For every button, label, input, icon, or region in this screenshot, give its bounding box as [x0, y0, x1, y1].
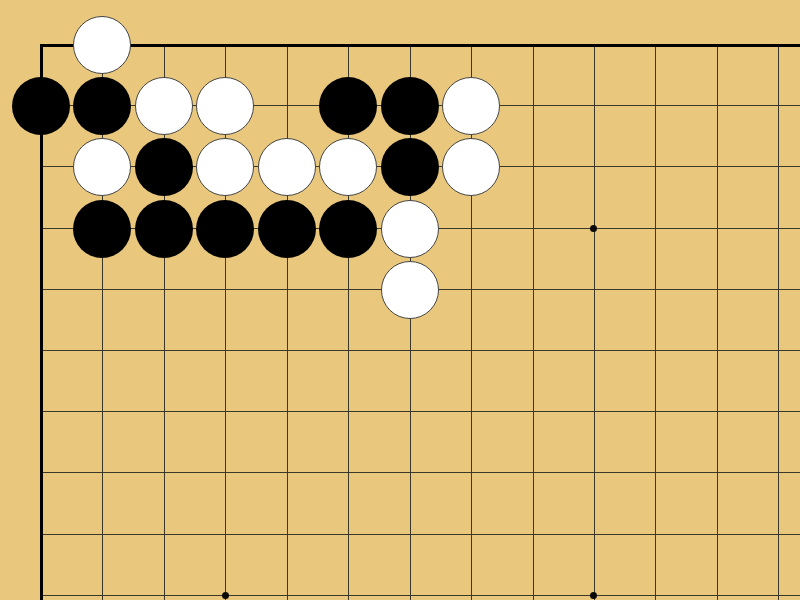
stone-white: [135, 77, 193, 135]
star-point: [590, 225, 597, 232]
stone-white: [73, 16, 131, 74]
stone-white: [381, 261, 439, 319]
stone-black: [12, 77, 70, 135]
stone-black: [135, 200, 193, 258]
stone-white: [258, 138, 316, 196]
stone-white: [381, 200, 439, 258]
stone-black: [381, 138, 439, 196]
go-board[interactable]: [0, 0, 800, 600]
stone-black: [196, 200, 254, 258]
board-points-grid: [10, 14, 800, 600]
stone-black: [381, 77, 439, 135]
stone-black: [135, 138, 193, 196]
stone-white: [73, 138, 131, 196]
stone-white: [442, 77, 500, 135]
stone-black: [258, 200, 316, 258]
star-point: [222, 592, 229, 599]
stone-white: [196, 77, 254, 135]
stone-white: [442, 138, 500, 196]
stone-white: [319, 138, 377, 196]
stone-black: [319, 77, 377, 135]
stone-white: [196, 138, 254, 196]
stone-black: [73, 77, 131, 135]
stone-black: [319, 200, 377, 258]
star-point: [590, 592, 597, 599]
stone-black: [73, 200, 131, 258]
